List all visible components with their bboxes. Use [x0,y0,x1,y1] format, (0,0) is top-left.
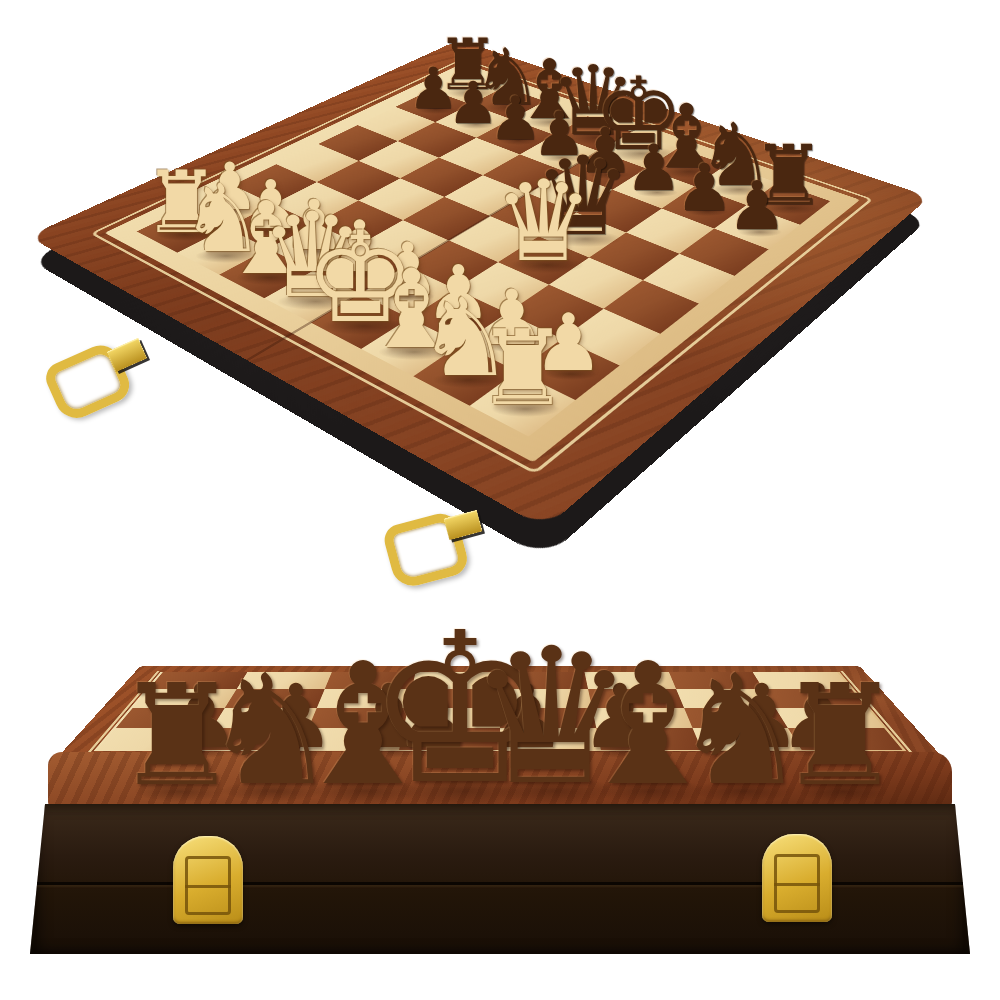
lid-checkerboard [97,672,903,750]
square [788,728,903,750]
square [692,728,802,750]
square [500,728,601,750]
square [500,689,592,708]
gold-clasp-left [173,836,243,924]
square [588,689,684,708]
square [148,672,247,689]
square [669,672,764,689]
gold-clasp-right [762,834,832,922]
square [225,689,325,708]
square [753,672,852,689]
square [764,689,867,708]
square [500,672,588,689]
square [592,708,692,728]
closed-box-top-wrap [55,360,945,760]
square [500,708,596,728]
square [404,708,500,728]
square [775,708,884,728]
square [97,728,212,750]
closed-box-lid [55,666,945,760]
chess-set-product-photo: ♜♞♝♛♚♝♞♜♟♟♟♟♟♟♟♟♛♛♟♟♟♟♟♟♟♟♜♞♝♛♚♝♞♜ ♟♟♟♟♟… [0,0,1000,1000]
square [116,708,225,728]
square [412,672,500,689]
box-rosewood-edge [48,752,952,808]
square [596,728,701,750]
square [133,689,236,708]
square [212,708,317,728]
square [408,689,500,708]
square [316,689,412,708]
square [299,728,404,750]
square [236,672,331,689]
square [198,728,308,750]
square [308,708,408,728]
square [684,708,789,728]
square [399,728,500,750]
square [324,672,415,689]
square [584,672,675,689]
square [676,689,776,708]
